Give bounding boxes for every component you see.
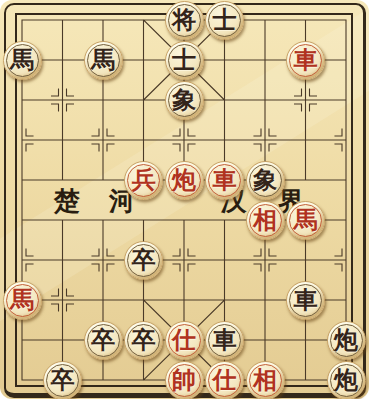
piece-red-cannon[interactable]: 炮 [165, 161, 204, 200]
piece-glyph: 士 [172, 48, 196, 72]
piece-black-elephant[interactable]: 象 [165, 81, 204, 120]
piece-red-soldier[interactable]: 兵 [124, 161, 163, 200]
piece-red-chariot[interactable]: 車 [286, 41, 325, 80]
piece-glyph: 仕 [172, 328, 196, 352]
piece-black-horse[interactable]: 馬 [3, 41, 42, 80]
piece-glyph: 車 [294, 48, 318, 72]
piece-glyph: 馬 [91, 48, 115, 72]
piece-glyph: 卒 [91, 328, 115, 352]
piece-red-advisor[interactable]: 仕 [205, 361, 244, 399]
piece-glyph: 馬 [10, 288, 34, 312]
piece-glyph: 車 [213, 328, 237, 352]
piece-black-soldier[interactable]: 卒 [124, 241, 163, 280]
piece-black-advisor[interactable]: 士 [205, 1, 244, 40]
piece-black-chariot[interactable]: 車 [205, 321, 244, 360]
piece-black-chariot[interactable]: 車 [286, 281, 325, 320]
piece-red-horse[interactable]: 馬 [286, 201, 325, 240]
piece-glyph: 相 [253, 208, 277, 232]
piece-glyph: 炮 [334, 328, 358, 352]
piece-red-elephant[interactable]: 相 [246, 361, 285, 399]
piece-glyph: 帥 [172, 368, 196, 392]
piece-glyph: 卒 [132, 248, 156, 272]
piece-glyph: 車 [294, 288, 318, 312]
piece-red-general[interactable]: 帥 [165, 361, 204, 399]
piece-black-advisor[interactable]: 士 [165, 41, 204, 80]
piece-black-soldier[interactable]: 卒 [84, 321, 123, 360]
piece-glyph: 馬 [294, 208, 318, 232]
piece-black-elephant[interactable]: 象 [246, 161, 285, 200]
piece-red-advisor[interactable]: 仕 [165, 321, 204, 360]
xiangqi-app: 楚河汉界 将士馬馬士車象兵炮車象相馬卒馬車卒卒仕車炮卒帥仕相炮 [0, 0, 369, 399]
piece-glyph: 相 [253, 368, 277, 392]
piece-black-cannon[interactable]: 炮 [327, 321, 366, 360]
piece-black-soldier[interactable]: 卒 [124, 321, 163, 360]
piece-glyph: 仕 [213, 368, 237, 392]
piece-glyph: 馬 [10, 48, 34, 72]
board-grid[interactable]: 将士馬馬士車象兵炮車象相馬卒馬車卒卒仕車炮卒帥仕相炮 [2, 0, 367, 399]
piece-black-horse[interactable]: 馬 [84, 41, 123, 80]
piece-red-elephant[interactable]: 相 [246, 201, 285, 240]
piece-glyph: 将 [172, 8, 196, 32]
piece-glyph: 兵 [132, 168, 156, 192]
piece-glyph: 卒 [51, 368, 75, 392]
piece-glyph: 炮 [172, 168, 196, 192]
piece-glyph: 卒 [132, 328, 156, 352]
piece-glyph: 炮 [334, 368, 358, 392]
piece-red-chariot[interactable]: 車 [205, 161, 244, 200]
piece-black-soldier[interactable]: 卒 [43, 361, 82, 399]
piece-glyph: 象 [253, 168, 277, 192]
piece-black-general[interactable]: 将 [165, 1, 204, 40]
piece-glyph: 象 [172, 88, 196, 112]
piece-black-cannon[interactable]: 炮 [327, 361, 366, 399]
piece-red-horse[interactable]: 馬 [3, 281, 42, 320]
piece-glyph: 車 [213, 168, 237, 192]
piece-glyph: 士 [213, 8, 237, 32]
